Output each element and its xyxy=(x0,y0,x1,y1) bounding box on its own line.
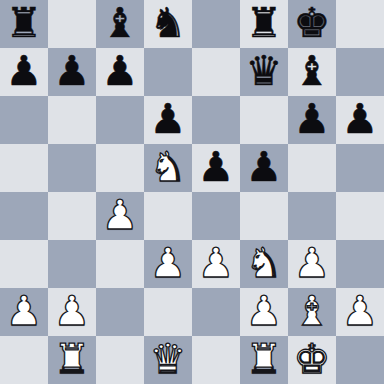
piece-black-bishop[interactable]: ♝ xyxy=(294,47,331,95)
chess-board: ♜♝♞♜♚♟♟♟♛♝♟♟♟♞♟♟♟♟♟♞♟♟♟♟♝♟♜♛♜♚ xyxy=(0,0,384,384)
square-f1[interactable]: ♜ xyxy=(240,336,288,384)
square-e2[interactable] xyxy=(192,288,240,336)
square-e4[interactable] xyxy=(192,192,240,240)
square-e1[interactable] xyxy=(192,336,240,384)
piece-white-pawn[interactable]: ♟ xyxy=(6,287,43,335)
square-h1[interactable] xyxy=(336,336,384,384)
square-a1[interactable] xyxy=(0,336,48,384)
piece-black-pawn[interactable]: ♟ xyxy=(342,95,379,143)
square-d1[interactable]: ♛ xyxy=(144,336,192,384)
piece-black-bishop[interactable]: ♝ xyxy=(102,0,139,47)
square-c8[interactable]: ♝ xyxy=(96,0,144,48)
square-c3[interactable] xyxy=(96,240,144,288)
square-b2[interactable]: ♟ xyxy=(48,288,96,336)
square-h6[interactable]: ♟ xyxy=(336,96,384,144)
square-f6[interactable] xyxy=(240,96,288,144)
piece-black-pawn[interactable]: ♟ xyxy=(6,47,43,95)
square-f2[interactable]: ♟ xyxy=(240,288,288,336)
square-g4[interactable] xyxy=(288,192,336,240)
piece-white-rook[interactable]: ♜ xyxy=(246,335,283,383)
square-b3[interactable] xyxy=(48,240,96,288)
piece-white-king[interactable]: ♚ xyxy=(294,335,331,383)
square-b4[interactable] xyxy=(48,192,96,240)
square-e8[interactable] xyxy=(192,0,240,48)
square-a4[interactable] xyxy=(0,192,48,240)
square-d4[interactable] xyxy=(144,192,192,240)
square-g2[interactable]: ♝ xyxy=(288,288,336,336)
piece-black-rook[interactable]: ♜ xyxy=(6,0,43,47)
piece-black-pawn[interactable]: ♟ xyxy=(246,143,283,191)
square-h5[interactable] xyxy=(336,144,384,192)
square-d2[interactable] xyxy=(144,288,192,336)
square-h4[interactable] xyxy=(336,192,384,240)
piece-white-bishop[interactable]: ♝ xyxy=(294,287,331,335)
piece-white-pawn[interactable]: ♟ xyxy=(198,239,235,287)
square-c7[interactable]: ♟ xyxy=(96,48,144,96)
piece-white-queen[interactable]: ♛ xyxy=(150,335,187,383)
square-g6[interactable]: ♟ xyxy=(288,96,336,144)
square-b1[interactable]: ♜ xyxy=(48,336,96,384)
piece-black-knight[interactable]: ♞ xyxy=(150,0,187,47)
square-g8[interactable]: ♚ xyxy=(288,0,336,48)
square-a7[interactable]: ♟ xyxy=(0,48,48,96)
square-g1[interactable]: ♚ xyxy=(288,336,336,384)
piece-black-pawn[interactable]: ♟ xyxy=(150,95,187,143)
piece-white-pawn[interactable]: ♟ xyxy=(150,239,187,287)
square-f7[interactable]: ♛ xyxy=(240,48,288,96)
piece-black-queen[interactable]: ♛ xyxy=(246,47,283,95)
square-b5[interactable] xyxy=(48,144,96,192)
square-h3[interactable] xyxy=(336,240,384,288)
piece-white-pawn[interactable]: ♟ xyxy=(294,239,331,287)
piece-black-pawn[interactable]: ♟ xyxy=(198,143,235,191)
piece-white-pawn[interactable]: ♟ xyxy=(54,287,91,335)
square-h2[interactable]: ♟ xyxy=(336,288,384,336)
square-g3[interactable]: ♟ xyxy=(288,240,336,288)
square-d8[interactable]: ♞ xyxy=(144,0,192,48)
square-c4[interactable]: ♟ xyxy=(96,192,144,240)
square-e3[interactable]: ♟ xyxy=(192,240,240,288)
square-a5[interactable] xyxy=(0,144,48,192)
piece-black-rook[interactable]: ♜ xyxy=(246,0,283,47)
square-h8[interactable] xyxy=(336,0,384,48)
square-e7[interactable] xyxy=(192,48,240,96)
square-f4[interactable] xyxy=(240,192,288,240)
piece-white-pawn[interactable]: ♟ xyxy=(342,287,379,335)
square-b6[interactable] xyxy=(48,96,96,144)
square-e6[interactable] xyxy=(192,96,240,144)
square-g7[interactable]: ♝ xyxy=(288,48,336,96)
square-d7[interactable] xyxy=(144,48,192,96)
square-a3[interactable] xyxy=(0,240,48,288)
piece-white-rook[interactable]: ♜ xyxy=(54,335,91,383)
square-d6[interactable]: ♟ xyxy=(144,96,192,144)
square-a8[interactable]: ♜ xyxy=(0,0,48,48)
square-a6[interactable] xyxy=(0,96,48,144)
piece-black-king[interactable]: ♚ xyxy=(294,0,331,47)
square-h7[interactable] xyxy=(336,48,384,96)
piece-black-pawn[interactable]: ♟ xyxy=(294,95,331,143)
square-c2[interactable] xyxy=(96,288,144,336)
square-f8[interactable]: ♜ xyxy=(240,0,288,48)
piece-white-knight[interactable]: ♞ xyxy=(246,239,283,287)
square-c5[interactable] xyxy=(96,144,144,192)
piece-white-pawn[interactable]: ♟ xyxy=(246,287,283,335)
piece-white-pawn[interactable]: ♟ xyxy=(102,191,139,239)
square-a2[interactable]: ♟ xyxy=(0,288,48,336)
square-f5[interactable]: ♟ xyxy=(240,144,288,192)
square-f3[interactable]: ♞ xyxy=(240,240,288,288)
square-b8[interactable] xyxy=(48,0,96,48)
piece-black-pawn[interactable]: ♟ xyxy=(54,47,91,95)
square-g5[interactable] xyxy=(288,144,336,192)
piece-white-knight[interactable]: ♞ xyxy=(150,143,187,191)
square-b7[interactable]: ♟ xyxy=(48,48,96,96)
piece-black-pawn[interactable]: ♟ xyxy=(102,47,139,95)
square-d3[interactable]: ♟ xyxy=(144,240,192,288)
square-d5[interactable]: ♞ xyxy=(144,144,192,192)
square-c1[interactable] xyxy=(96,336,144,384)
square-c6[interactable] xyxy=(96,96,144,144)
square-e5[interactable]: ♟ xyxy=(192,144,240,192)
